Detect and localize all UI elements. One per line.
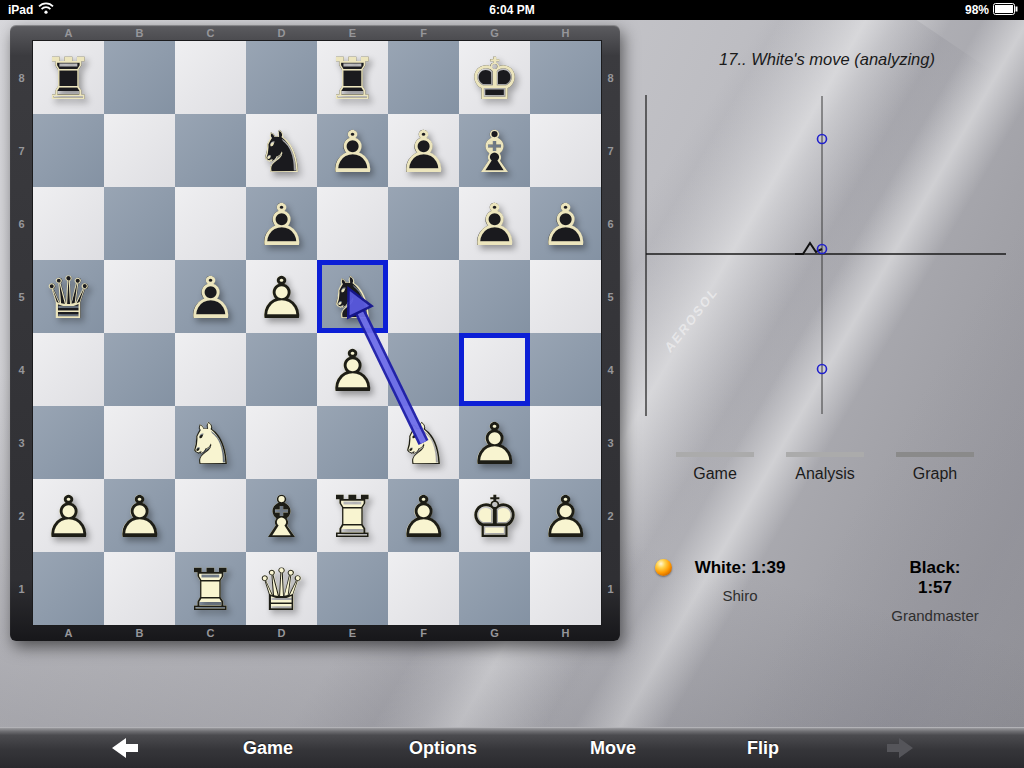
white-player-name: Shiro [695, 587, 786, 604]
tab-label: Game [660, 465, 770, 483]
square-f3[interactable]: ♞♘ [388, 406, 459, 479]
back-arrow-icon [110, 737, 140, 759]
square-c5[interactable]: ♟♙ [175, 260, 246, 333]
tab-game[interactable]: Game [660, 452, 770, 483]
white-pawn-f2: ♟♙ [388, 479, 459, 552]
status-bar: iPad 6:04 PM 98% [0, 0, 1024, 20]
square-g6[interactable]: ♟♙ [459, 187, 530, 260]
square-a2[interactable]: ♟♙ [33, 479, 104, 552]
square-f4[interactable] [388, 333, 459, 406]
square-a6[interactable] [33, 187, 104, 260]
turn-indicator-ball [655, 559, 672, 576]
square-c3[interactable]: ♞♘ [175, 406, 246, 479]
square-h7[interactable] [530, 114, 601, 187]
black-pawn-f7: ♟♙ [388, 114, 459, 187]
game-button[interactable]: Game [243, 728, 293, 768]
square-a5[interactable]: ♛♕ [33, 260, 104, 333]
square-d1[interactable]: ♛♕ [246, 552, 317, 625]
black-queen-a5: ♛♕ [33, 260, 104, 333]
white-king-g2: ♚♔ [459, 479, 530, 552]
square-d4[interactable] [246, 333, 317, 406]
options-button[interactable]: Options [409, 728, 477, 768]
tab-label: Analysis [770, 465, 880, 483]
forward-arrow-icon [885, 737, 915, 759]
square-g3[interactable]: ♟♙ [459, 406, 530, 479]
square-c4[interactable] [175, 333, 246, 406]
black-pawn-c5: ♟♙ [175, 260, 246, 333]
white-knight-f3: ♞♘ [388, 406, 459, 479]
black-clock: Black: 1:57 Grandmaster [891, 558, 980, 624]
square-d7[interactable]: ♞♘ [246, 114, 317, 187]
file-labels-top: ABCDEFGH [33, 25, 601, 41]
screen: AEROSOL iPad 6:04 PM 98% [0, 0, 1024, 768]
white-clock-label: White: 1:39 [695, 558, 786, 578]
black-pawn-d6: ♟♙ [246, 187, 317, 260]
white-pawn-e4: ♟♙ [317, 333, 388, 406]
square-g2[interactable]: ♚♔ [459, 479, 530, 552]
square-e5[interactable]: ♞♘ [317, 260, 388, 333]
square-b1[interactable] [104, 552, 175, 625]
clock-time: 6:04 PM [0, 0, 1024, 20]
back-arrow-button[interactable] [110, 728, 140, 768]
evaluation-graph[interactable] [640, 88, 1012, 422]
flip-button[interactable]: Flip [747, 728, 779, 768]
white-rook-c1: ♜♖ [175, 552, 246, 625]
tab-graph[interactable]: Graph [880, 452, 990, 483]
square-g1[interactable] [459, 552, 530, 625]
square-h5[interactable] [530, 260, 601, 333]
black-player-name: Grandmaster [891, 607, 980, 624]
square-d8[interactable] [246, 41, 317, 114]
square-e2[interactable]: ♜♖ [317, 479, 388, 552]
square-b5[interactable] [104, 260, 175, 333]
square-c2[interactable] [175, 479, 246, 552]
tab-bar [896, 452, 974, 457]
square-c6[interactable] [175, 187, 246, 260]
tab-bar [786, 452, 864, 457]
square-f8[interactable] [388, 41, 459, 114]
square-e4[interactable]: ♟♙ [317, 333, 388, 406]
white-pawn-g3: ♟♙ [459, 406, 530, 479]
black-rook-a8: ♜♖ [33, 41, 104, 114]
square-e7[interactable]: ♟♙ [317, 114, 388, 187]
square-g7[interactable]: ♝♗ [459, 114, 530, 187]
square-c8[interactable] [175, 41, 246, 114]
white-clock: White: 1:39 Shiro [695, 558, 786, 604]
file-labels-bottom: ABCDEFGH [33, 625, 601, 641]
square-e3[interactable] [317, 406, 388, 479]
square-a1[interactable] [33, 552, 104, 625]
rank-labels-left: 87654321 [10, 41, 33, 625]
square-h8[interactable] [530, 41, 601, 114]
forward-arrow-button[interactable] [885, 728, 915, 768]
white-pawn-a2: ♟♙ [33, 479, 104, 552]
square-h4[interactable] [530, 333, 601, 406]
square-b2[interactable]: ♟♙ [104, 479, 175, 552]
square-d2[interactable]: ♝♗ [246, 479, 317, 552]
square-c1[interactable]: ♜♖ [175, 552, 246, 625]
square-b8[interactable] [104, 41, 175, 114]
tab-bar [676, 452, 754, 457]
square-d6[interactable]: ♟♙ [246, 187, 317, 260]
square-f7[interactable]: ♟♙ [388, 114, 459, 187]
square-e6[interactable] [317, 187, 388, 260]
square-b4[interactable] [104, 333, 175, 406]
square-f1[interactable] [388, 552, 459, 625]
square-b6[interactable] [104, 187, 175, 260]
move-status-title: 17.. White's move (analyzing) [630, 50, 1024, 69]
chess-board: ABCDEFGH ABCDEFGH 87654321 87654321 ♜♖♜♖… [10, 25, 620, 641]
move-button[interactable]: Move [590, 728, 636, 768]
square-a4[interactable] [33, 333, 104, 406]
black-knight-e5: ♞♘ [317, 260, 388, 333]
black-bishop-g7: ♝♗ [459, 114, 530, 187]
square-a7[interactable] [33, 114, 104, 187]
black-knight-d7: ♞♘ [246, 114, 317, 187]
square-a8[interactable]: ♜♖ [33, 41, 104, 114]
black-pawn-h6: ♟♙ [530, 187, 601, 260]
square-f6[interactable] [388, 187, 459, 260]
white-pawn-h2: ♟♙ [530, 479, 601, 552]
square-e1[interactable] [317, 552, 388, 625]
square-g4[interactable] [459, 333, 530, 406]
square-b7[interactable] [104, 114, 175, 187]
black-clock-label: Black: 1:57 [891, 558, 980, 598]
square-h2[interactable]: ♟♙ [530, 479, 601, 552]
white-pawn-b2: ♟♙ [104, 479, 175, 552]
square-g5[interactable] [459, 260, 530, 333]
rank-labels-right: 87654321 [601, 41, 620, 625]
black-king-g8: ♚♔ [459, 41, 530, 114]
board-grid: ♜♖♜♖♚♔♞♘♟♙♟♙♝♗♟♙♟♙♟♙♛♕♟♙♟♙♞♘♟♙♞♘♞♘♟♙♟♙♟♙… [33, 41, 601, 625]
white-knight-c3: ♞♘ [175, 406, 246, 479]
square-h6[interactable]: ♟♙ [530, 187, 601, 260]
square-c7[interactable] [175, 114, 246, 187]
white-bishop-d2: ♝♗ [246, 479, 317, 552]
square-d5[interactable]: ♟♙ [246, 260, 317, 333]
black-pawn-g6: ♟♙ [459, 187, 530, 260]
square-a3[interactable] [33, 406, 104, 479]
square-h1[interactable] [530, 552, 601, 625]
bottom-toolbar: Game Options Move Flip [0, 727, 1024, 768]
square-b3[interactable] [104, 406, 175, 479]
white-rook-e2: ♜♖ [317, 479, 388, 552]
tab-analysis[interactable]: Analysis [770, 452, 880, 483]
black-pawn-e7: ♟♙ [317, 114, 388, 187]
black-rook-e8: ♜♖ [317, 41, 388, 114]
square-h3[interactable] [530, 406, 601, 479]
square-f2[interactable]: ♟♙ [388, 479, 459, 552]
square-f5[interactable] [388, 260, 459, 333]
battery-icon [993, 3, 1018, 18]
battery-percent: 98% [965, 3, 989, 17]
white-queen-d1: ♛♕ [246, 552, 317, 625]
tab-label: Graph [880, 465, 990, 483]
square-g8[interactable]: ♚♔ [459, 41, 530, 114]
square-e8[interactable]: ♜♖ [317, 41, 388, 114]
white-pawn-d5: ♟♙ [246, 260, 317, 333]
square-d3[interactable] [246, 406, 317, 479]
